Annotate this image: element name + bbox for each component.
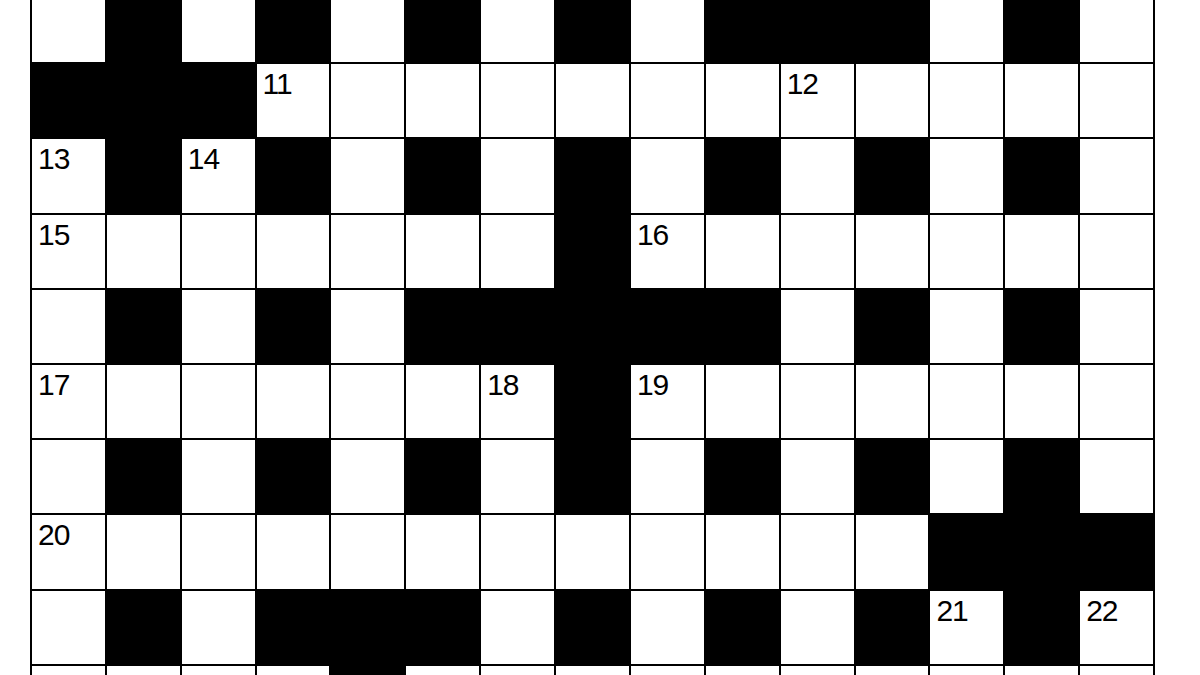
letter-cell-r1c15[interactable] (1080, 0, 1153, 62)
block-cell-r8c13 (930, 515, 1003, 588)
letter-cell-r8c2[interactable] (107, 515, 180, 588)
block-cell-r9c6 (406, 591, 479, 664)
letter-cell-r7c5[interactable] (331, 440, 404, 513)
letter-cell-r7c13[interactable] (930, 440, 1003, 513)
letter-cell-r4c14[interactable] (1005, 215, 1078, 288)
letter-cell-r4c5[interactable] (331, 215, 404, 288)
letter-cell-r6c7[interactable]: 18 (481, 365, 554, 438)
clue-number-14: 14 (188, 143, 219, 175)
letter-cell-r9c11[interactable] (781, 591, 854, 664)
letter-cell-r7c7[interactable] (481, 440, 554, 513)
block-cell-r7c2 (107, 440, 180, 513)
letter-cell-r3c3[interactable]: 14 (182, 139, 255, 212)
letter-cell-r10c15[interactable] (1080, 666, 1153, 675)
block-cell-r7c8 (556, 440, 629, 513)
clue-number-16: 16 (637, 219, 668, 251)
block-cell-r2c2 (107, 64, 180, 137)
letter-cell-r4c15[interactable] (1080, 215, 1153, 288)
block-cell-r6c8 (556, 365, 629, 438)
letter-cell-r5c3[interactable] (182, 290, 255, 363)
letter-cell-r4c1[interactable]: 15 (32, 215, 105, 288)
letter-cell-r6c15[interactable] (1080, 365, 1153, 438)
block-cell-r2c1 (32, 64, 105, 137)
block-cell-r3c8 (556, 139, 629, 212)
letter-cell-r4c12[interactable] (856, 215, 929, 288)
letter-cell-r8c3[interactable] (182, 515, 255, 588)
letter-cell-r7c1[interactable] (32, 440, 105, 513)
block-cell-r3c4 (257, 139, 330, 212)
letter-cell-r8c7[interactable] (481, 515, 554, 588)
letter-cell-r3c9[interactable] (631, 139, 704, 212)
letter-cell-r2c9[interactable] (631, 64, 704, 137)
letter-cell-r9c15[interactable]: 22 (1080, 591, 1153, 664)
block-cell-r5c7 (481, 290, 554, 363)
letter-cell-r4c11[interactable] (781, 215, 854, 288)
letter-cell-r3c11[interactable] (781, 139, 854, 212)
letter-cell-r5c11[interactable] (781, 290, 854, 363)
block-cell-r1c2 (107, 0, 180, 62)
letter-cell-r10c7[interactable] (481, 666, 554, 675)
block-cell-r3c10 (706, 139, 779, 212)
letter-cell-r2c8[interactable] (556, 64, 629, 137)
letter-cell-r8c11[interactable] (781, 515, 854, 588)
letter-cell-r6c6[interactable] (406, 365, 479, 438)
letter-cell-r4c2[interactable] (107, 215, 180, 288)
letter-cell-r10c4[interactable] (257, 666, 330, 675)
letter-cell-r10c2[interactable] (107, 666, 180, 675)
block-cell-r9c8 (556, 591, 629, 664)
letter-cell-r2c11[interactable]: 12 (781, 64, 854, 137)
letter-cell-r2c12[interactable] (856, 64, 929, 137)
letter-cell-r1c9[interactable] (631, 0, 704, 62)
block-cell-r3c2 (107, 139, 180, 212)
letter-cell-r3c15[interactable] (1080, 139, 1153, 212)
letter-cell-r10c1[interactable] (32, 666, 105, 675)
letter-cell-r2c15[interactable] (1080, 64, 1153, 137)
letter-cell-r4c10[interactable] (706, 215, 779, 288)
block-cell-r3c6 (406, 139, 479, 212)
letter-cell-r10c11[interactable] (781, 666, 854, 675)
letter-cell-r3c13[interactable] (930, 139, 1003, 212)
letter-cell-r1c3[interactable] (182, 0, 255, 62)
letter-cell-r6c1[interactable]: 17 (32, 365, 105, 438)
block-cell-r9c2 (107, 591, 180, 664)
letter-cell-r3c5[interactable] (331, 139, 404, 212)
clue-number-18: 18 (487, 369, 518, 401)
letter-cell-r10c10[interactable] (706, 666, 779, 675)
block-cell-r9c4 (257, 591, 330, 664)
letter-cell-r2c4[interactable]: 11 (257, 64, 330, 137)
letter-cell-r2c7[interactable] (481, 64, 554, 137)
block-cell-r7c12 (856, 440, 929, 513)
letter-cell-r10c14[interactable] (1005, 666, 1078, 675)
block-cell-r1c11 (781, 0, 854, 62)
letter-cell-r6c11[interactable] (781, 365, 854, 438)
block-cell-r3c12 (856, 139, 929, 212)
letter-cell-r10c9[interactable] (631, 666, 704, 675)
letter-cell-r9c13[interactable]: 21 (930, 591, 1003, 664)
block-cell-r1c10 (706, 0, 779, 62)
letter-cell-r10c6[interactable] (406, 666, 479, 675)
clue-number-17: 17 (38, 369, 69, 401)
letter-cell-r4c13[interactable] (930, 215, 1003, 288)
letter-cell-r9c1[interactable] (32, 591, 105, 664)
letter-cell-r2c5[interactable] (331, 64, 404, 137)
letter-cell-r9c3[interactable] (182, 591, 255, 664)
block-cell-r5c10 (706, 290, 779, 363)
letter-cell-r8c5[interactable] (331, 515, 404, 588)
letter-cell-r2c13[interactable] (930, 64, 1003, 137)
block-cell-r1c6 (406, 0, 479, 62)
letter-cell-r10c3[interactable] (182, 666, 255, 675)
letter-cell-r5c5[interactable] (331, 290, 404, 363)
clue-number-19: 19 (637, 369, 668, 401)
letter-cell-r8c12[interactable] (856, 515, 929, 588)
letter-cell-r4c6[interactable] (406, 215, 479, 288)
block-cell-r10c5 (331, 666, 404, 675)
letter-cell-r3c7[interactable] (481, 139, 554, 212)
clue-number-15: 15 (38, 219, 69, 251)
letter-cell-r10c8[interactable] (556, 666, 629, 675)
block-cell-r7c14 (1005, 440, 1078, 513)
letter-cell-r1c13[interactable] (930, 0, 1003, 62)
letter-cell-r8c4[interactable] (257, 515, 330, 588)
block-cell-r1c14 (1005, 0, 1078, 62)
letter-cell-r4c7[interactable] (481, 215, 554, 288)
block-cell-r1c8 (556, 0, 629, 62)
block-cell-r7c4 (257, 440, 330, 513)
block-cell-r5c4 (257, 290, 330, 363)
block-cell-r5c14 (1005, 290, 1078, 363)
block-cell-r5c8 (556, 290, 629, 363)
letter-cell-r8c10[interactable] (706, 515, 779, 588)
crossword-grid: 111213141516171819202122 (30, 0, 1155, 675)
letter-cell-r6c10[interactable] (706, 365, 779, 438)
letter-cell-r10c12[interactable] (856, 666, 929, 675)
letter-cell-r9c7[interactable] (481, 591, 554, 664)
letter-cell-r8c1[interactable]: 20 (32, 515, 105, 588)
letter-cell-r5c15[interactable] (1080, 290, 1153, 363)
block-cell-r8c14 (1005, 515, 1078, 588)
letter-cell-r8c6[interactable] (406, 515, 479, 588)
letter-cell-r7c15[interactable] (1080, 440, 1153, 513)
clue-number-13: 13 (38, 143, 69, 175)
letter-cell-r6c2[interactable] (107, 365, 180, 438)
letter-cell-r5c13[interactable] (930, 290, 1003, 363)
clue-number-22: 22 (1086, 595, 1117, 627)
block-cell-r7c6 (406, 440, 479, 513)
letter-cell-r6c14[interactable] (1005, 365, 1078, 438)
letter-cell-r2c6[interactable] (406, 64, 479, 137)
letter-cell-r6c4[interactable] (257, 365, 330, 438)
letter-cell-r7c3[interactable] (182, 440, 255, 513)
block-cell-r2c3 (182, 64, 255, 137)
clue-number-20: 20 (38, 519, 69, 551)
block-cell-r8c15 (1080, 515, 1153, 588)
letter-cell-r2c14[interactable] (1005, 64, 1078, 137)
block-cell-r4c8 (556, 215, 629, 288)
letter-cell-r1c5[interactable] (331, 0, 404, 62)
page-background: 111213141516171819202122 (0, 0, 1200, 675)
block-cell-r5c6 (406, 290, 479, 363)
letter-cell-r10c13[interactable] (930, 666, 1003, 675)
letter-cell-r5c1[interactable] (32, 290, 105, 363)
letter-cell-r9c9[interactable] (631, 591, 704, 664)
clue-number-12: 12 (787, 68, 818, 100)
block-cell-r9c10 (706, 591, 779, 664)
letter-cell-r8c8[interactable] (556, 515, 629, 588)
block-cell-r5c9 (631, 290, 704, 363)
letter-cell-r2c10[interactable] (706, 64, 779, 137)
block-cell-r7c10 (706, 440, 779, 513)
clue-number-11: 11 (263, 68, 292, 100)
letter-cell-r6c13[interactable] (930, 365, 1003, 438)
block-cell-r9c12 (856, 591, 929, 664)
letter-cell-r1c1[interactable] (32, 0, 105, 62)
letter-cell-r4c4[interactable] (257, 215, 330, 288)
letter-cell-r6c3[interactable] (182, 365, 255, 438)
block-cell-r3c14 (1005, 139, 1078, 212)
letter-cell-r6c5[interactable] (331, 365, 404, 438)
letter-cell-r4c9[interactable]: 16 (631, 215, 704, 288)
letter-cell-r7c11[interactable] (781, 440, 854, 513)
letter-cell-r1c7[interactable] (481, 0, 554, 62)
block-cell-r9c14 (1005, 591, 1078, 664)
letter-cell-r3c1[interactable]: 13 (32, 139, 105, 212)
letter-cell-r6c9[interactable]: 19 (631, 365, 704, 438)
block-cell-r1c4 (257, 0, 330, 62)
block-cell-r5c12 (856, 290, 929, 363)
letter-cell-r7c9[interactable] (631, 440, 704, 513)
block-cell-r5c2 (107, 290, 180, 363)
clue-number-21: 21 (936, 595, 967, 627)
letter-cell-r6c12[interactable] (856, 365, 929, 438)
letter-cell-r4c3[interactable] (182, 215, 255, 288)
block-cell-r9c5 (331, 591, 404, 664)
block-cell-r1c12 (856, 0, 929, 62)
letter-cell-r8c9[interactable] (631, 515, 704, 588)
